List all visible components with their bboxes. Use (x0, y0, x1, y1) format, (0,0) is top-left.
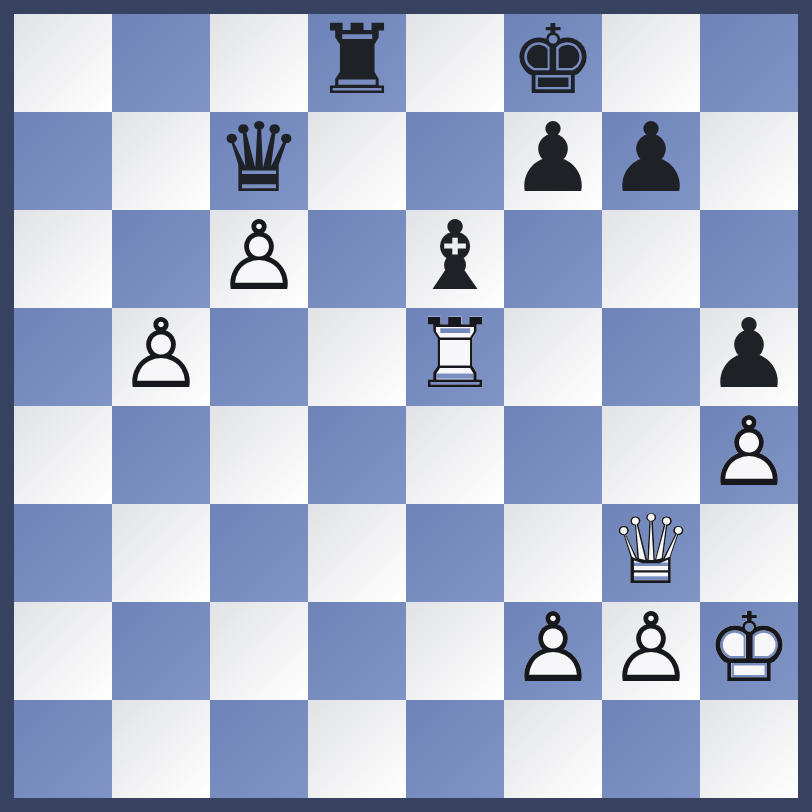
square-e7[interactable] (406, 112, 504, 210)
black-pawn-piece[interactable]: ♟ (700, 308, 798, 406)
square-b1[interactable] (112, 700, 210, 798)
square-d1[interactable] (308, 700, 406, 798)
square-d7[interactable] (308, 112, 406, 210)
square-b2[interactable] (112, 602, 210, 700)
square-f8[interactable]: ♚ (504, 14, 602, 112)
square-c6[interactable]: ♟♙ (210, 210, 308, 308)
white-pawn-icon: ♟ (510, 600, 596, 696)
square-e4[interactable] (406, 406, 504, 504)
white-pawn-piece[interactable]: ♟♙ (210, 210, 308, 308)
white-king-outline-icon: ♔ (706, 600, 792, 696)
square-h8[interactable] (700, 14, 798, 112)
white-queen-piece[interactable]: ♛♕ (602, 504, 700, 602)
square-c3[interactable] (210, 504, 308, 602)
square-c2[interactable] (210, 602, 308, 700)
square-d3[interactable] (308, 504, 406, 602)
square-b6[interactable] (112, 210, 210, 308)
square-d6[interactable] (308, 210, 406, 308)
square-e3[interactable] (406, 504, 504, 602)
white-rook-piece[interactable]: ♜♖ (406, 308, 504, 406)
square-h3[interactable] (700, 504, 798, 602)
white-pawn-outline-icon: ♙ (706, 404, 792, 500)
white-pawn-piece[interactable]: ♟♙ (602, 602, 700, 700)
square-g7[interactable]: ♟ (602, 112, 700, 210)
square-e8[interactable] (406, 14, 504, 112)
square-b7[interactable] (112, 112, 210, 210)
square-f7[interactable]: ♟ (504, 112, 602, 210)
square-b8[interactable] (112, 14, 210, 112)
white-pawn-outline-icon: ♙ (608, 600, 694, 696)
black-bishop-icon: ♝ (412, 208, 498, 304)
square-f5[interactable] (504, 308, 602, 406)
square-h6[interactable] (700, 210, 798, 308)
square-g8[interactable] (602, 14, 700, 112)
white-pawn-piece[interactable]: ♟♙ (700, 406, 798, 504)
square-g6[interactable] (602, 210, 700, 308)
square-d8[interactable]: ♜ (308, 14, 406, 112)
white-pawn-outline-icon: ♙ (118, 306, 204, 402)
white-queen-outline-icon: ♕ (608, 502, 694, 598)
black-pawn-icon: ♟ (706, 306, 792, 402)
black-pawn-piece[interactable]: ♟ (504, 112, 602, 210)
square-d5[interactable] (308, 308, 406, 406)
square-g4[interactable] (602, 406, 700, 504)
white-pawn-icon: ♟ (608, 600, 694, 696)
square-c4[interactable] (210, 406, 308, 504)
black-king-piece[interactable]: ♚ (504, 14, 602, 112)
white-pawn-icon: ♟ (118, 306, 204, 402)
black-rook-piece[interactable]: ♜ (308, 14, 406, 112)
square-d4[interactable] (308, 406, 406, 504)
square-f6[interactable] (504, 210, 602, 308)
square-e1[interactable] (406, 700, 504, 798)
square-h4[interactable]: ♟♙ (700, 406, 798, 504)
square-g5[interactable] (602, 308, 700, 406)
square-b4[interactable] (112, 406, 210, 504)
square-d2[interactable] (308, 602, 406, 700)
square-a6[interactable] (14, 210, 112, 308)
square-f3[interactable] (504, 504, 602, 602)
square-c8[interactable] (210, 14, 308, 112)
square-h7[interactable] (700, 112, 798, 210)
square-g2[interactable]: ♟♙ (602, 602, 700, 700)
black-bishop-piece[interactable]: ♝ (406, 210, 504, 308)
square-h1[interactable] (700, 700, 798, 798)
square-a8[interactable] (14, 14, 112, 112)
square-c1[interactable] (210, 700, 308, 798)
square-h5[interactable]: ♟ (700, 308, 798, 406)
square-a3[interactable] (14, 504, 112, 602)
square-c5[interactable] (210, 308, 308, 406)
black-rook-icon: ♜ (314, 12, 400, 108)
square-a5[interactable] (14, 308, 112, 406)
square-h2[interactable]: ♚♔ (700, 602, 798, 700)
black-pawn-piece[interactable]: ♟ (602, 112, 700, 210)
white-pawn-outline-icon: ♙ (216, 208, 302, 304)
black-pawn-icon: ♟ (608, 110, 694, 206)
square-e6[interactable]: ♝ (406, 210, 504, 308)
square-c7[interactable]: ♛ (210, 112, 308, 210)
square-e2[interactable] (406, 602, 504, 700)
white-pawn-icon: ♟ (706, 404, 792, 500)
white-rook-icon: ♜ (412, 306, 498, 402)
black-queen-icon: ♛ (216, 110, 302, 206)
chess-board: ♜♚♛♟♟♟♙♝♟♙♜♖♟♟♙♛♕♟♙♟♙♚♔ (14, 14, 798, 798)
white-rook-outline-icon: ♖ (412, 306, 498, 402)
white-pawn-piece[interactable]: ♟♙ (112, 308, 210, 406)
square-e5[interactable]: ♜♖ (406, 308, 504, 406)
white-king-icon: ♚ (706, 600, 792, 696)
board-frame: ♜♚♛♟♟♟♙♝♟♙♜♖♟♟♙♛♕♟♙♟♙♚♔ (0, 0, 812, 812)
square-g3[interactable]: ♛♕ (602, 504, 700, 602)
square-f2[interactable]: ♟♙ (504, 602, 602, 700)
square-f1[interactable] (504, 700, 602, 798)
black-pawn-icon: ♟ (510, 110, 596, 206)
square-a1[interactable] (14, 700, 112, 798)
square-a2[interactable] (14, 602, 112, 700)
white-pawn-piece[interactable]: ♟♙ (504, 602, 602, 700)
white-queen-icon: ♛ (608, 502, 694, 598)
square-g1[interactable] (602, 700, 700, 798)
black-king-icon: ♚ (510, 12, 596, 108)
white-pawn-outline-icon: ♙ (510, 600, 596, 696)
white-pawn-icon: ♟ (216, 208, 302, 304)
square-a4[interactable] (14, 406, 112, 504)
square-b3[interactable] (112, 504, 210, 602)
square-a7[interactable] (14, 112, 112, 210)
square-b5[interactable]: ♟♙ (112, 308, 210, 406)
black-queen-piece[interactable]: ♛ (210, 112, 308, 210)
square-f4[interactable] (504, 406, 602, 504)
white-king-piece[interactable]: ♚♔ (700, 602, 798, 700)
